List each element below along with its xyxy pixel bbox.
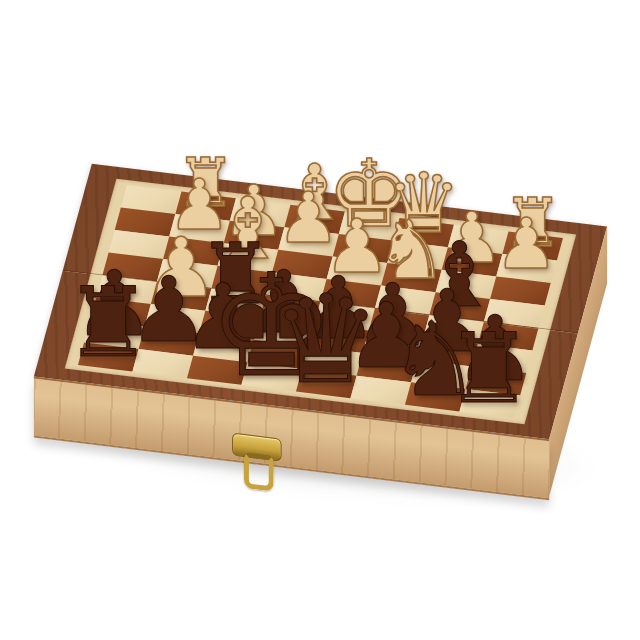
clasp-loop (244, 452, 274, 492)
brass-clasp (232, 433, 284, 487)
chess-set-photo: ♜♛♚♝♜♟♟♟♟♟♞♟♝♟♜♝♟♟♟♟♟♟♟♟♟♜♞♛♚♜ (0, 0, 640, 640)
